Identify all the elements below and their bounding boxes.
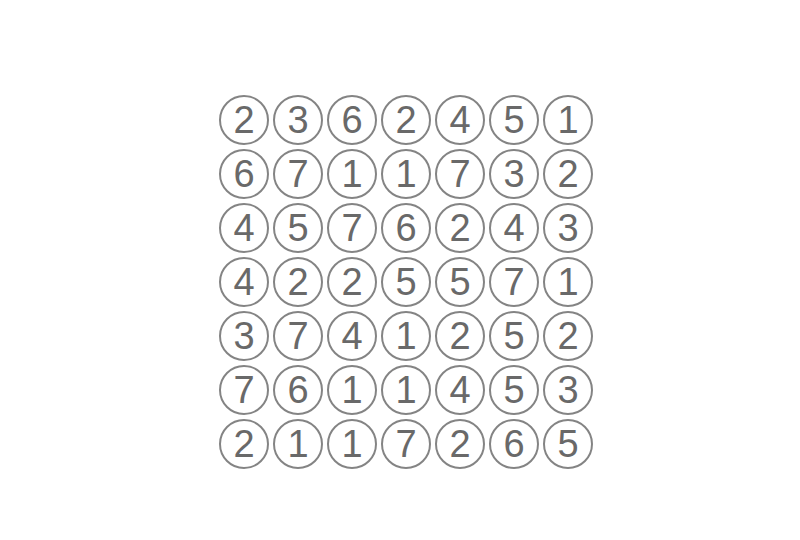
circled-number: 2 — [435, 203, 485, 253]
circled-number: 7 — [435, 149, 485, 199]
circled-number: 3 — [489, 149, 539, 199]
circled-number: 7 — [381, 419, 431, 469]
circled-number: 2 — [381, 95, 431, 145]
circled-number: 2 — [435, 419, 485, 469]
grid-cell[interactable]: 5 — [541, 417, 595, 471]
grid-cell[interactable]: 2 — [541, 309, 595, 363]
grid-cell[interactable]: 1 — [379, 147, 433, 201]
grid-cell[interactable]: 6 — [379, 201, 433, 255]
circled-number: 5 — [489, 311, 539, 361]
circled-number: 4 — [489, 203, 539, 253]
grid-cell[interactable]: 3 — [217, 309, 271, 363]
puzzle-canvas: 2362451671173245762434225571374125276114… — [0, 0, 800, 540]
grid-cell[interactable]: 1 — [379, 363, 433, 417]
circled-number: 5 — [435, 257, 485, 307]
circled-number: 4 — [219, 257, 269, 307]
circled-number: 6 — [381, 203, 431, 253]
grid-cell[interactable]: 7 — [487, 255, 541, 309]
grid-cell[interactable]: 1 — [271, 417, 325, 471]
grid-cell[interactable]: 7 — [433, 147, 487, 201]
grid-cell[interactable]: 7 — [379, 417, 433, 471]
circled-number: 1 — [543, 95, 593, 145]
grid-cell[interactable]: 4 — [433, 363, 487, 417]
circled-number: 2 — [273, 257, 323, 307]
circled-number: 2 — [543, 311, 593, 361]
circled-number: 7 — [273, 311, 323, 361]
circled-number: 5 — [489, 365, 539, 415]
grid-cell[interactable]: 3 — [541, 201, 595, 255]
circled-number: 7 — [327, 203, 377, 253]
grid-cell[interactable]: 2 — [379, 93, 433, 147]
circled-number: 2 — [435, 311, 485, 361]
circled-number: 2 — [543, 149, 593, 199]
grid-cell[interactable]: 2 — [541, 147, 595, 201]
grid-cell[interactable]: 1 — [325, 363, 379, 417]
grid-cell[interactable]: 6 — [217, 147, 271, 201]
grid-cell[interactable]: 5 — [487, 363, 541, 417]
circled-number: 2 — [327, 257, 377, 307]
circled-number: 6 — [489, 419, 539, 469]
circled-number: 7 — [219, 365, 269, 415]
grid-cell[interactable]: 7 — [271, 147, 325, 201]
circled-number: 1 — [543, 257, 593, 307]
grid-cell[interactable]: 1 — [541, 255, 595, 309]
grid-cell[interactable]: 4 — [433, 93, 487, 147]
grid-cell[interactable]: 7 — [217, 363, 271, 417]
grid-cell[interactable]: 1 — [325, 417, 379, 471]
grid-cell[interactable]: 7 — [271, 309, 325, 363]
circled-number: 4 — [435, 365, 485, 415]
grid-cell[interactable]: 5 — [487, 309, 541, 363]
circled-number: 1 — [381, 311, 431, 361]
grid-cell[interactable]: 6 — [325, 93, 379, 147]
circled-number: 3 — [543, 203, 593, 253]
circled-number: 5 — [543, 419, 593, 469]
circled-number: 7 — [489, 257, 539, 307]
grid-cell[interactable]: 5 — [379, 255, 433, 309]
circled-number: 4 — [327, 311, 377, 361]
grid-cell[interactable]: 3 — [271, 93, 325, 147]
grid-cell[interactable]: 4 — [325, 309, 379, 363]
grid-cell[interactable]: 2 — [217, 93, 271, 147]
grid-cell[interactable]: 6 — [487, 417, 541, 471]
grid-cell[interactable]: 4 — [217, 201, 271, 255]
circled-number: 1 — [381, 365, 431, 415]
circled-number: 1 — [327, 365, 377, 415]
circled-number: 3 — [543, 365, 593, 415]
grid-cell[interactable]: 7 — [325, 201, 379, 255]
circled-number: 4 — [219, 203, 269, 253]
grid-cell[interactable]: 3 — [541, 363, 595, 417]
circled-number: 1 — [273, 419, 323, 469]
circled-number: 7 — [273, 149, 323, 199]
circled-number: 6 — [273, 365, 323, 415]
grid-cell[interactable]: 4 — [217, 255, 271, 309]
grid-cell[interactable]: 1 — [379, 309, 433, 363]
grid-cell[interactable]: 1 — [541, 93, 595, 147]
grid-cell[interactable]: 2 — [433, 417, 487, 471]
number-grid: 2362451671173245762434225571374125276114… — [217, 93, 595, 471]
grid-cell[interactable]: 6 — [271, 363, 325, 417]
grid-cell[interactable]: 2 — [433, 201, 487, 255]
grid-cell[interactable]: 1 — [325, 147, 379, 201]
grid-cell[interactable]: 2 — [325, 255, 379, 309]
grid-cell[interactable]: 4 — [487, 201, 541, 255]
circled-number: 2 — [219, 419, 269, 469]
grid-cell[interactable]: 5 — [271, 201, 325, 255]
circled-number: 5 — [381, 257, 431, 307]
grid-cell[interactable]: 2 — [271, 255, 325, 309]
circled-number: 1 — [327, 149, 377, 199]
circled-number: 3 — [273, 95, 323, 145]
grid-cell[interactable]: 2 — [433, 309, 487, 363]
grid-cell[interactable]: 2 — [217, 417, 271, 471]
grid-cell[interactable]: 3 — [487, 147, 541, 201]
grid-cell[interactable]: 5 — [433, 255, 487, 309]
circled-number: 4 — [435, 95, 485, 145]
circled-number: 1 — [381, 149, 431, 199]
circled-number: 5 — [489, 95, 539, 145]
grid-cell[interactable]: 5 — [487, 93, 541, 147]
circled-number: 3 — [219, 311, 269, 361]
circled-number: 1 — [327, 419, 377, 469]
circled-number: 5 — [273, 203, 323, 253]
circled-number: 6 — [219, 149, 269, 199]
circled-number: 6 — [327, 95, 377, 145]
circled-number: 2 — [219, 95, 269, 145]
